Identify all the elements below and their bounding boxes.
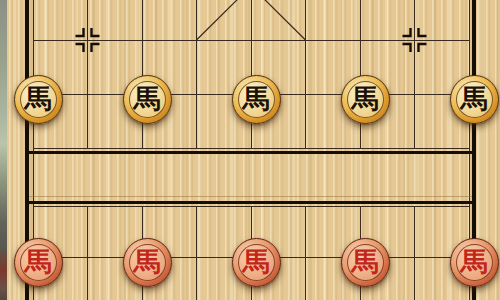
piece-glyph: 馬: [243, 85, 270, 112]
piece-glyph: 馬: [25, 248, 52, 275]
piece-glyph: 馬: [25, 85, 52, 112]
piece-red-horse[interactable]: 馬: [14, 238, 63, 287]
piece-black-horse[interactable]: 馬: [123, 75, 172, 124]
piece-glyph: 馬: [134, 248, 161, 275]
piece-glyph: 馬: [461, 248, 488, 275]
piece-red-horse[interactable]: 馬: [450, 238, 499, 287]
piece-glyph: 馬: [352, 248, 379, 275]
piece-glyph: 馬: [134, 85, 161, 112]
xiangqi-board: 馬馬馬馬馬馬馬馬馬馬: [0, 0, 500, 300]
piece-black-horse[interactable]: 馬: [450, 75, 499, 124]
pieces-layer: 馬馬馬馬馬馬馬馬馬馬: [0, 0, 500, 300]
piece-red-horse[interactable]: 馬: [232, 238, 281, 287]
piece-black-horse[interactable]: 馬: [232, 75, 281, 124]
desktop-edge-strip: [0, 0, 7, 300]
piece-glyph: 馬: [352, 85, 379, 112]
piece-black-horse[interactable]: 馬: [341, 75, 390, 124]
piece-glyph: 馬: [243, 248, 270, 275]
piece-red-horse[interactable]: 馬: [123, 238, 172, 287]
piece-red-horse[interactable]: 馬: [341, 238, 390, 287]
piece-glyph: 馬: [461, 85, 488, 112]
piece-black-horse[interactable]: 馬: [14, 75, 63, 124]
